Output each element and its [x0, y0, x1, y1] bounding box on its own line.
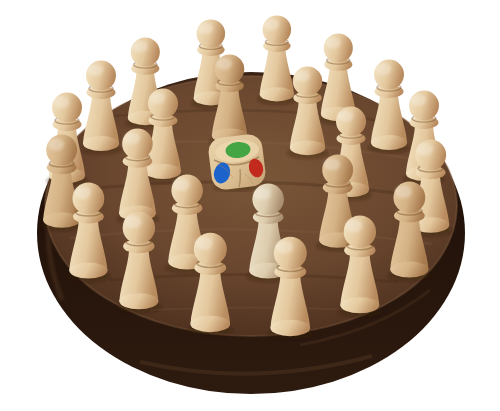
pawn-base	[341, 297, 380, 313]
pawn-head-highlight	[395, 185, 412, 198]
pawn-head	[86, 61, 116, 91]
pawn-o10[interactable]	[265, 235, 316, 343]
pawn-head-highlight	[264, 19, 279, 30]
pawn-head	[393, 182, 425, 214]
pawn-head	[148, 89, 178, 119]
pawn-head	[323, 154, 354, 185]
pawn-head	[252, 184, 283, 215]
pawn-head-highlight	[324, 158, 340, 170]
pawn-head	[171, 175, 202, 206]
pawn-head	[263, 15, 291, 43]
pawn-head-highlight	[275, 241, 293, 254]
pawn-head	[292, 67, 321, 96]
pawn-base	[69, 263, 107, 279]
pawn-head-highlight	[88, 64, 104, 76]
pawn-head-highlight	[338, 110, 354, 122]
pawn-head-highlight	[123, 132, 139, 144]
pawn-base	[190, 316, 230, 332]
pawn-head	[123, 211, 155, 243]
pawn-head-highlight	[54, 96, 70, 108]
pawn-head-highlight	[132, 40, 148, 52]
pawn-head	[52, 93, 82, 123]
pawn-head	[273, 237, 306, 270]
pawn-head	[193, 233, 226, 266]
pawn-base	[270, 320, 310, 336]
pawn-head-highlight	[294, 70, 310, 82]
pawn-head-highlight	[376, 63, 392, 75]
memory-chess-photo	[0, 0, 500, 411]
pawn-i3[interactable]	[285, 65, 330, 161]
pawn-head	[197, 19, 225, 47]
pawn-head-highlight	[411, 94, 427, 106]
pawn-head	[336, 107, 366, 137]
pawn-o9[interactable]	[335, 214, 385, 320]
pawn-base	[390, 262, 428, 278]
pawn-head	[409, 91, 439, 121]
pawn-head-highlight	[198, 23, 213, 34]
pawn-head	[214, 55, 243, 84]
pawn-head	[130, 37, 159, 66]
pawn-head-highlight	[150, 92, 166, 104]
pawn-o13[interactable]	[64, 181, 113, 285]
pawn-o11[interactable]	[185, 231, 236, 339]
pawn-head	[122, 128, 153, 159]
pawn-head-highlight	[74, 186, 91, 199]
pawn-head	[47, 134, 78, 165]
pawn-o12[interactable]	[114, 210, 164, 316]
pawn-head-highlight	[48, 138, 64, 150]
pawn-head-highlight	[195, 237, 213, 250]
pawn-head-highlight	[345, 219, 362, 232]
pawn-head-highlight	[173, 178, 190, 191]
pawn-head	[374, 60, 404, 90]
pawn-head	[344, 215, 376, 247]
pawn-head-highlight	[124, 215, 141, 228]
pawn-base	[120, 293, 159, 309]
pawn-head	[416, 139, 447, 170]
pawn-head-highlight	[325, 36, 341, 48]
pawn-head	[323, 33, 352, 62]
pawn-head-highlight	[254, 187, 271, 200]
pawn-head-highlight	[216, 58, 232, 70]
pawn-head-highlight	[417, 143, 433, 155]
pawn-o8[interactable]	[385, 180, 434, 284]
pawn-head	[72, 183, 104, 215]
